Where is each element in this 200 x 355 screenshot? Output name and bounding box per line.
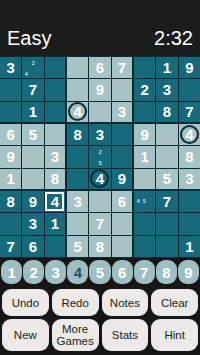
- cell-r6c4[interactable]: [67, 169, 88, 190]
- cell-r7c2[interactable]: 9: [22, 191, 43, 212]
- cell-digit: 1: [185, 239, 193, 254]
- cell-r4c6[interactable]: [112, 124, 133, 145]
- cell-r2c4[interactable]: [67, 79, 88, 100]
- cell-r8c5[interactable]: 7: [89, 213, 110, 234]
- cell-digit: 5: [29, 127, 37, 142]
- cell-digit: 6: [6, 127, 14, 142]
- cell-r6c3[interactable]: 8: [45, 169, 66, 190]
- cell-r2c5[interactable]: 9: [89, 79, 110, 100]
- cell-digit: 7: [29, 82, 37, 97]
- cell-r2c8[interactable]: 3: [156, 79, 177, 100]
- cell-digit: 4: [51, 194, 59, 209]
- cell-digit: 9: [140, 127, 148, 142]
- cell-r9c4[interactable]: 5: [67, 236, 88, 257]
- cell-digit: 9: [6, 149, 14, 164]
- cell-r3c9[interactable]: 7: [179, 102, 200, 123]
- notes-button[interactable]: Notes: [102, 289, 149, 316]
- cell-r6c1[interactable]: 1: [0, 169, 21, 190]
- cell-digit: 9: [185, 60, 193, 75]
- cell-r5c6[interactable]: [112, 146, 133, 167]
- cell-r3c8[interactable]: 8: [156, 102, 177, 123]
- cell-digit: 8: [51, 171, 59, 186]
- cell-r7c6[interactable]: 6: [112, 191, 133, 212]
- cell-digit: 7: [96, 216, 104, 231]
- cell-r8c7[interactable]: [134, 213, 155, 234]
- numpad-key-6[interactable]: 6: [112, 260, 133, 284]
- cell-digit: 3: [185, 171, 193, 186]
- numpad-key-1[interactable]: 1: [1, 260, 22, 284]
- cell-r9c2[interactable]: 6: [22, 236, 43, 257]
- cell-r4c4[interactable]: 8: [67, 124, 88, 145]
- cell-r1c9[interactable]: 9: [179, 57, 200, 78]
- control-row-1: Undo Redo Notes Clear: [2, 289, 198, 316]
- cell-digit: 7: [185, 104, 193, 119]
- cell-r8c8[interactable]: [156, 213, 177, 234]
- cell-r1c7[interactable]: [134, 57, 155, 78]
- cell-r7c9[interactable]: [179, 191, 200, 212]
- cell-digit: 3: [6, 60, 14, 75]
- cell-r7c1[interactable]: 8: [0, 191, 21, 212]
- cell-digit: 8: [6, 194, 14, 209]
- cell-r2c7[interactable]: 2: [134, 79, 155, 100]
- undo-button[interactable]: Undo: [2, 289, 49, 316]
- cell-r3c7[interactable]: [134, 102, 155, 123]
- cell-digit: 5: [163, 171, 171, 186]
- cell-r1c1[interactable]: 3: [0, 57, 21, 78]
- cell-r4c5[interactable]: 3: [89, 124, 110, 145]
- cell-digit: 8: [163, 104, 171, 119]
- numpad-key-5[interactable]: 5: [89, 260, 110, 284]
- cell-digit: 7: [6, 239, 14, 254]
- cell-r7c3[interactable]: 4: [45, 191, 66, 212]
- cell-digit: 3: [118, 104, 126, 119]
- cell-r8c6[interactable]: [112, 213, 133, 234]
- pencil-marks: 45: [135, 192, 154, 211]
- cell-digit: 4: [73, 104, 81, 119]
- cell-r5c8[interactable]: [156, 146, 177, 167]
- cell-r8c4[interactable]: [67, 213, 88, 234]
- cell-r9c8[interactable]: [156, 236, 177, 257]
- cell-digit: 1: [29, 104, 37, 119]
- cell-r3c4[interactable]: 4: [67, 102, 88, 123]
- cell-r4c2[interactable]: 5: [22, 124, 43, 145]
- cell-r6c9[interactable]: 3: [179, 169, 200, 190]
- cell-digit: 9: [96, 82, 104, 97]
- cell-r8c3[interactable]: 1: [45, 213, 66, 234]
- header: Easy 2:32: [0, 0, 200, 56]
- cell-r7c5[interactable]: [89, 191, 110, 212]
- control-row-2: New More Games Stats Hint: [2, 319, 198, 351]
- highlight-circle: 4: [68, 102, 87, 121]
- cell-digit: 7: [118, 60, 126, 75]
- cell-digit: 5: [73, 239, 81, 254]
- cell-r7c4[interactable]: 3: [67, 191, 88, 212]
- cell-digit: 3: [73, 194, 81, 209]
- cell-digit: 7: [163, 194, 171, 209]
- cell-r5c9[interactable]: 8: [179, 146, 200, 167]
- cell-r2c3[interactable]: [45, 79, 66, 100]
- cell-r5c5[interactable]: 25: [89, 146, 110, 167]
- cell-r2c9[interactable]: [179, 79, 200, 100]
- cell-digit: 8: [96, 239, 104, 254]
- cell-r6c7[interactable]: [134, 169, 155, 190]
- cell-r8c2[interactable]: 3: [22, 213, 43, 234]
- numpad-key-3[interactable]: 3: [45, 260, 66, 284]
- numpad-key-2[interactable]: 2: [23, 260, 44, 284]
- cell-r1c4[interactable]: [67, 57, 88, 78]
- cell-r1c2[interactable]: 248: [22, 57, 43, 78]
- cell-r2c2[interactable]: 7: [22, 79, 43, 100]
- cell-r2c1[interactable]: [0, 79, 21, 100]
- cell-r9c6[interactable]: [112, 236, 133, 257]
- difficulty-label: Easy: [7, 27, 51, 50]
- cell-r3c2[interactable]: 1: [22, 102, 43, 123]
- cell-digit: 8: [185, 149, 193, 164]
- cell-r6c8[interactable]: 5: [156, 169, 177, 190]
- cell-r5c7[interactable]: 1: [134, 146, 155, 167]
- cell-digit: 9: [118, 171, 126, 186]
- sudoku-app: Easy 2:32 324867197923143876583949325181…: [0, 0, 200, 355]
- control-buttons: Undo Redo Notes Clear New More Games Sta…: [0, 286, 200, 351]
- cell-r4c8[interactable]: [156, 124, 177, 145]
- hint-button[interactable]: Hint: [151, 319, 198, 351]
- cell-r9c1[interactable]: 7: [0, 236, 21, 257]
- cell-digit: 1: [140, 149, 148, 164]
- cell-digit: 3: [51, 149, 59, 164]
- cell-r9c9[interactable]: 1: [179, 236, 200, 257]
- cell-digit: 6: [96, 60, 104, 75]
- numpad-key-4[interactable]: 4: [67, 260, 88, 284]
- cell-digit: 8: [73, 127, 81, 142]
- cell-r9c3[interactable]: [45, 236, 66, 257]
- more-games-button[interactable]: More Games: [52, 319, 99, 351]
- cell-r4c7[interactable]: 9: [134, 124, 155, 145]
- highlight-circle: 4: [90, 169, 109, 188]
- numpad-key-8[interactable]: 8: [156, 260, 177, 284]
- cell-r3c1[interactable]: [0, 102, 21, 123]
- sudoku-board: 3248671979231438765839493251818495389436…: [0, 56, 200, 258]
- cell-digit: 3: [163, 82, 171, 97]
- timer: 2:32: [154, 27, 193, 50]
- cell-r1c8[interactable]: 1: [156, 57, 177, 78]
- cell-digit: 9: [29, 194, 37, 209]
- cell-r4c3[interactable]: [45, 124, 66, 145]
- pencil-marks: 248: [23, 58, 42, 77]
- cell-r7c8[interactable]: 7: [156, 191, 177, 212]
- cell-r2c6[interactable]: [112, 79, 133, 100]
- cell-r5c1[interactable]: 9: [0, 146, 21, 167]
- number-pad: 123456789: [0, 258, 200, 286]
- cell-r7c7[interactable]: 45: [134, 191, 155, 212]
- cell-r8c1[interactable]: [0, 213, 21, 234]
- cell-digit: 2: [140, 82, 148, 97]
- cell-r5c3[interactable]: 3: [45, 146, 66, 167]
- cell-r5c2[interactable]: [22, 146, 43, 167]
- cell-r3c3[interactable]: [45, 102, 66, 123]
- cell-r3c5[interactable]: [89, 102, 110, 123]
- cell-r6c2[interactable]: [22, 169, 43, 190]
- cell-r4c1[interactable]: 6: [0, 124, 21, 145]
- cell-r9c5[interactable]: 8: [89, 236, 110, 257]
- cell-digit: 4: [185, 127, 193, 142]
- cell-r8c9[interactable]: [179, 213, 200, 234]
- cell-r1c5[interactable]: 6: [89, 57, 110, 78]
- cell-r1c3[interactable]: [45, 57, 66, 78]
- cell-r9c7[interactable]: [134, 236, 155, 257]
- stats-button[interactable]: Stats: [102, 319, 149, 351]
- numpad-key-9[interactable]: 9: [178, 260, 199, 284]
- cell-digit: 1: [6, 171, 14, 186]
- cell-r3c6[interactable]: 3: [112, 102, 133, 123]
- cell-digit: 3: [29, 216, 37, 231]
- cell-r1c6[interactable]: 7: [112, 57, 133, 78]
- new-button[interactable]: New: [2, 319, 49, 351]
- cell-r4c9[interactable]: 4: [179, 124, 200, 145]
- cell-digit: 4: [96, 171, 104, 186]
- cell-digit: 6: [29, 239, 37, 254]
- highlight-circle: 4: [180, 125, 199, 144]
- cell-r6c5[interactable]: 4: [89, 169, 110, 190]
- pencil-marks: 25: [90, 147, 109, 166]
- cell-digit: 1: [51, 216, 59, 231]
- selected-cell-outline: 4: [45, 192, 64, 211]
- cell-digit: 6: [118, 194, 126, 209]
- cell-digit: 3: [96, 127, 104, 142]
- cell-r6c6[interactable]: 9: [112, 169, 133, 190]
- clear-button[interactable]: Clear: [151, 289, 198, 316]
- numpad-key-7[interactable]: 7: [134, 260, 155, 284]
- cell-r5c4[interactable]: [67, 146, 88, 167]
- redo-button[interactable]: Redo: [52, 289, 99, 316]
- cell-digit: 1: [163, 60, 171, 75]
